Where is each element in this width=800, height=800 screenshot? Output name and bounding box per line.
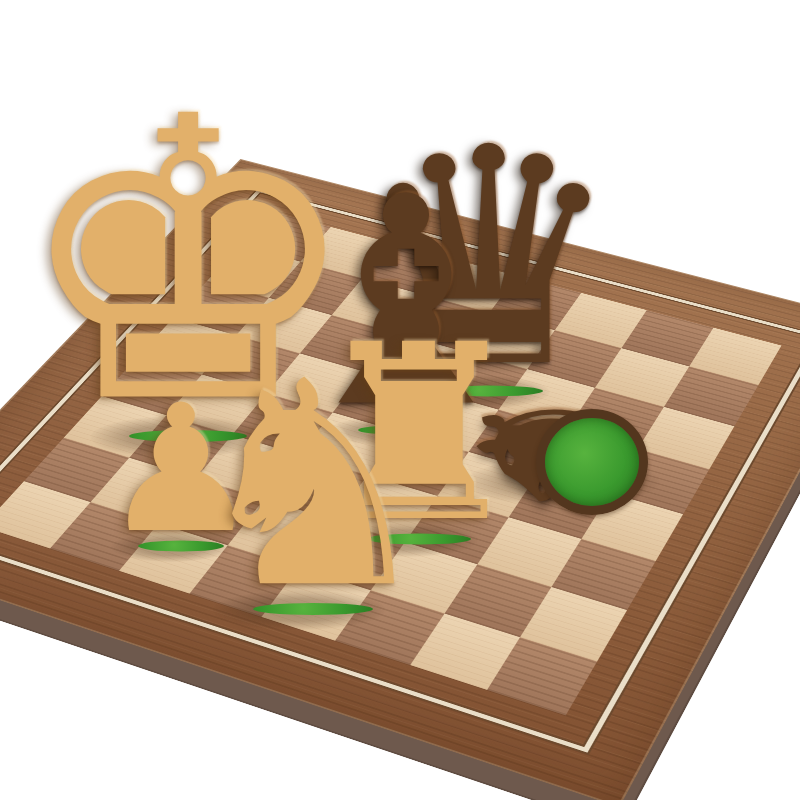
square-r5c7 [551, 539, 655, 610]
square-r6c5 [371, 542, 478, 613]
square-r7c4 [261, 568, 370, 641]
square-r4c5 [437, 452, 538, 517]
square-r4c4 [368, 432, 469, 496]
square-r4c6 [509, 472, 610, 539]
square-r5c4 [334, 475, 438, 542]
square-r7c7 [487, 637, 597, 715]
square-r7c1 [50, 502, 158, 571]
square-r6c4 [298, 520, 404, 590]
square-r6c3 [228, 499, 334, 567]
board-grid [0, 211, 781, 715]
square-r6c0 [24, 438, 129, 502]
board-scene [0, 0, 800, 800]
square-r7c2 [119, 523, 228, 593]
square-r5c5 [405, 496, 509, 564]
photo-backdrop: ♚♛♝♜♞♟♞ [0, 0, 800, 800]
square-r6c6 [445, 564, 552, 637]
square-r7c0 [0, 481, 91, 548]
square-r6c2 [158, 478, 264, 545]
square-r5c3 [264, 455, 367, 521]
square-r7c6 [410, 614, 520, 690]
chessboard [0, 159, 800, 800]
square-r6c1 [91, 458, 197, 524]
square-r3c6 [539, 429, 638, 493]
square-r3c7 [610, 449, 709, 514]
square-r6c7 [520, 587, 627, 662]
square-r7c3 [190, 545, 299, 617]
square-r5c6 [477, 517, 581, 587]
square-r5c2 [196, 435, 299, 499]
square-r7c5 [335, 590, 445, 665]
square-r4c7 [581, 493, 683, 561]
